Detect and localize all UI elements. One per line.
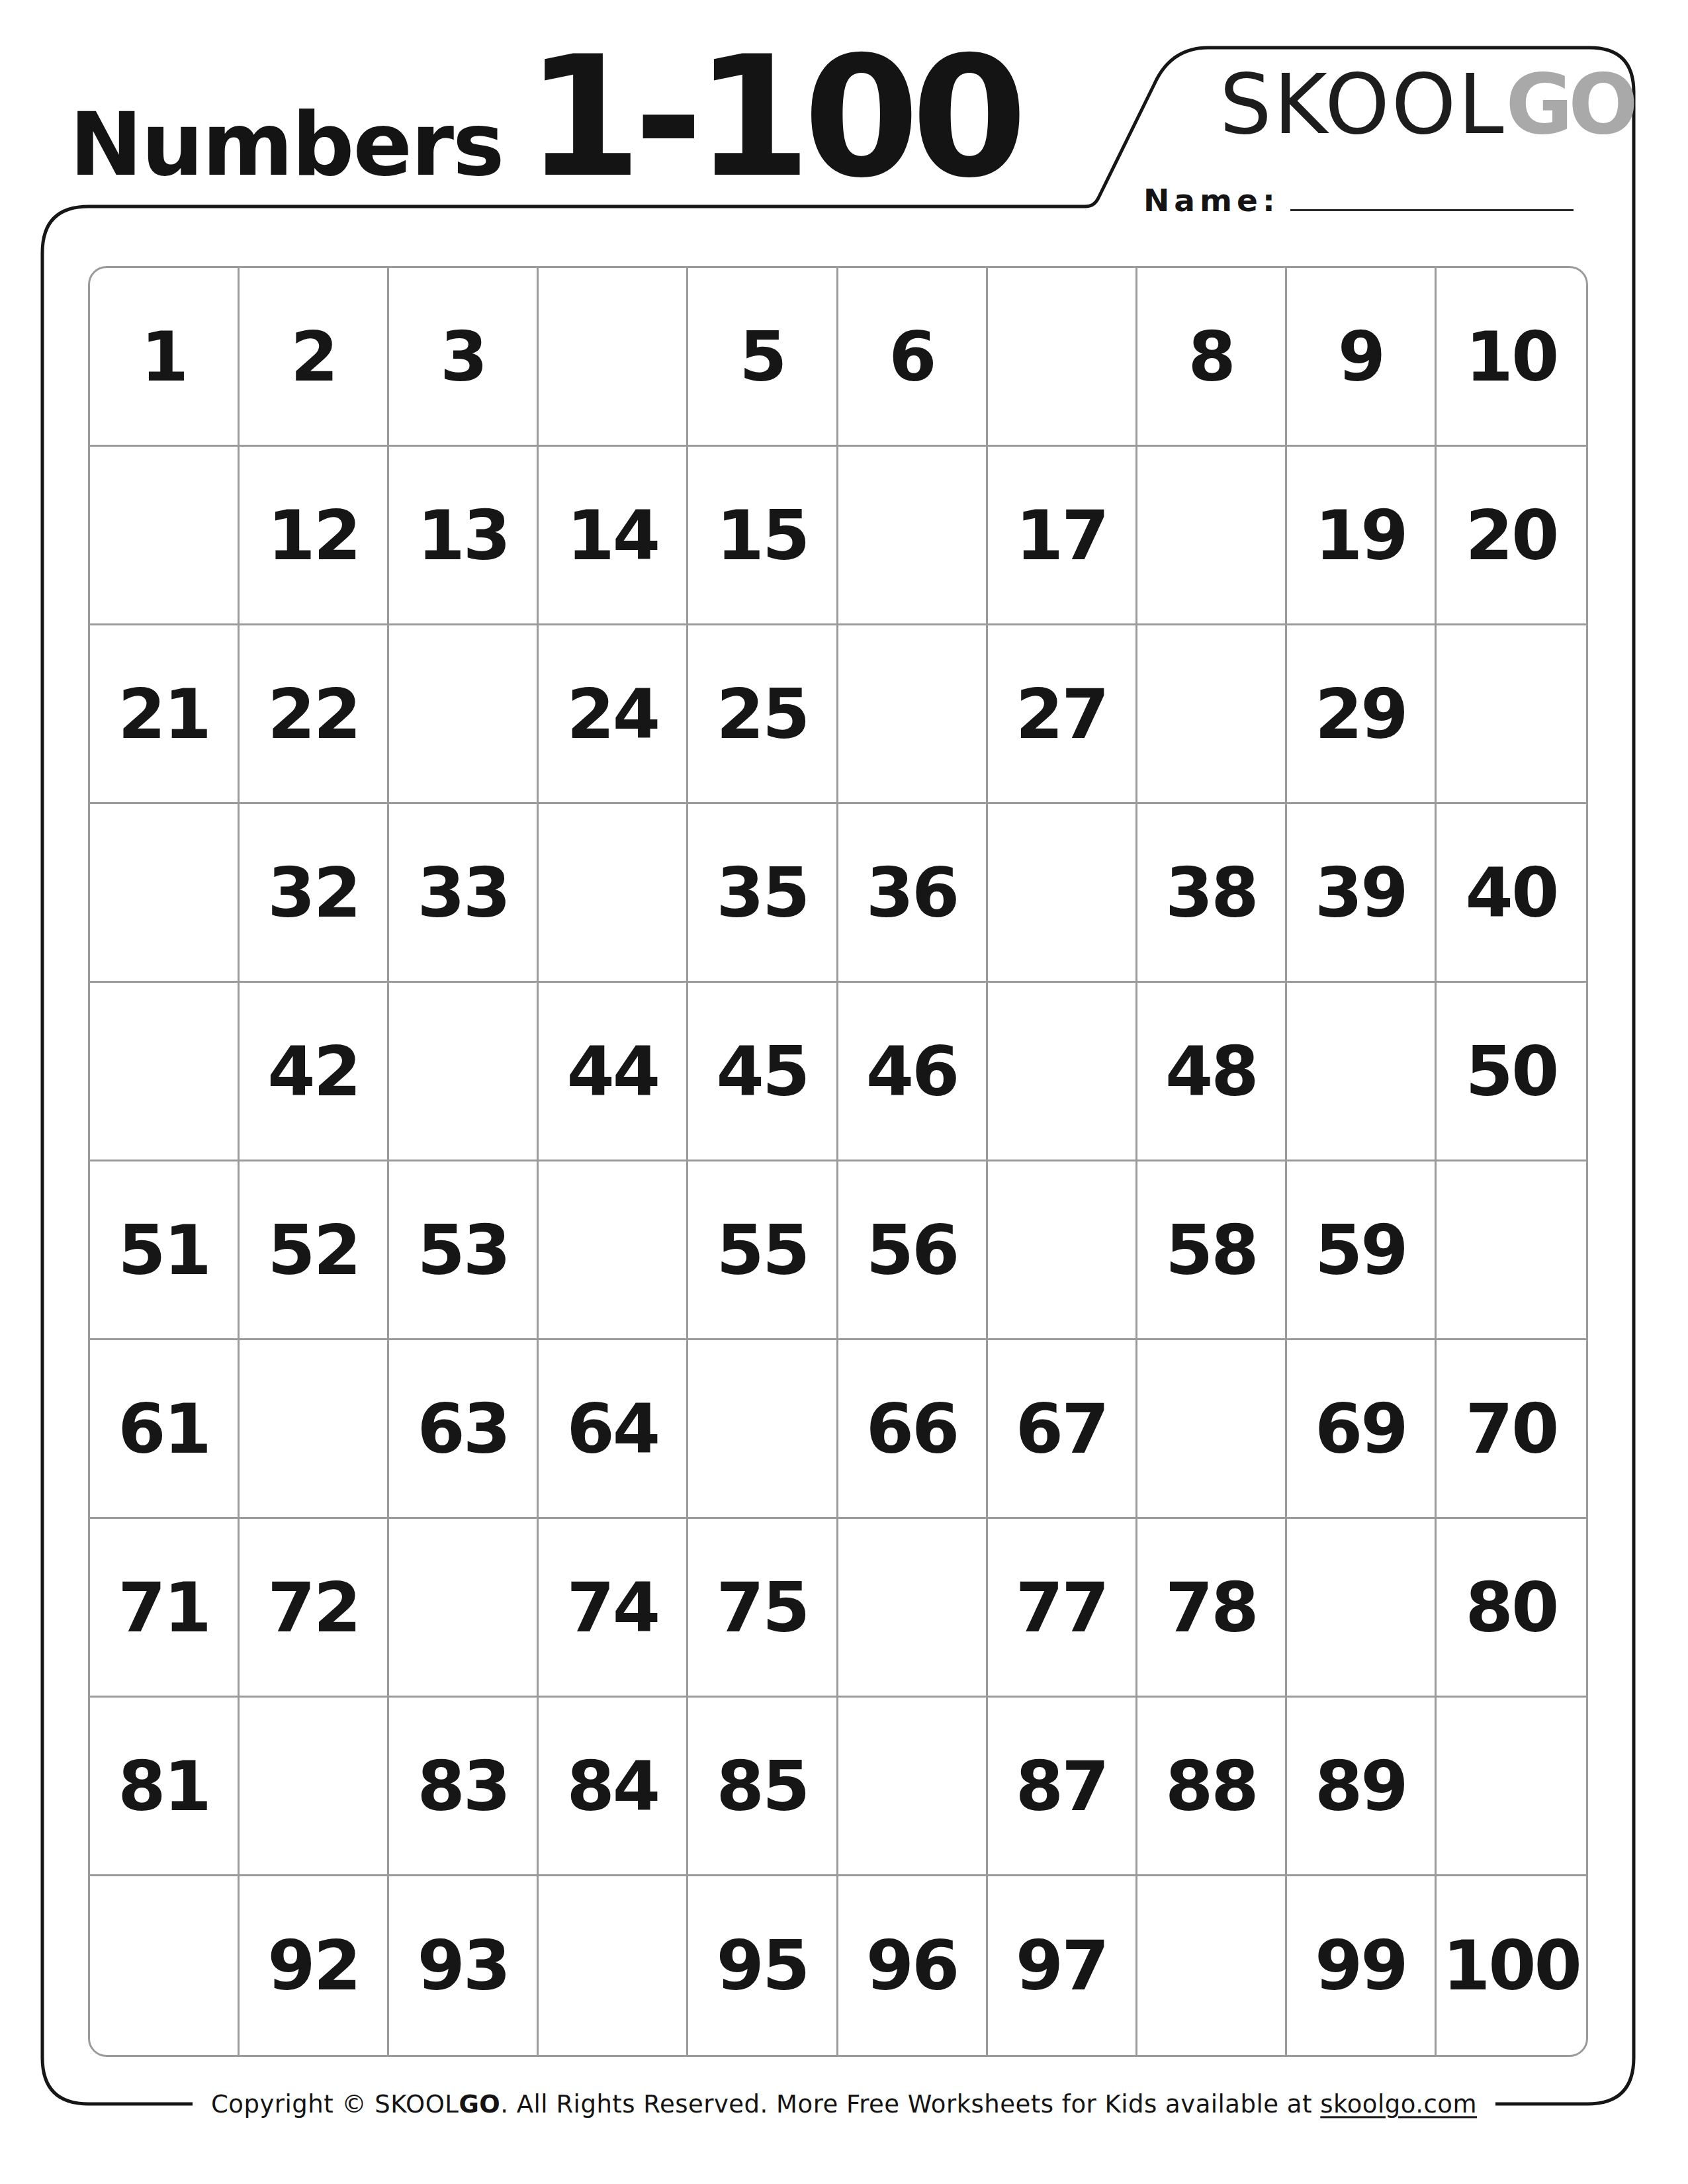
grid-cell-blank-r2c8[interactable]: [1137, 447, 1287, 625]
grid-cell-9: 9: [1287, 268, 1437, 447]
grid-cell-71: 71: [90, 1519, 240, 1698]
grid-cell-52: 52: [240, 1161, 389, 1340]
grid-cell-5: 5: [688, 268, 838, 447]
grid-cell-100: 100: [1437, 1876, 1586, 2055]
grid-cell-48: 48: [1137, 983, 1287, 1161]
grid-cell-blank-r3c10[interactable]: [1437, 625, 1586, 804]
grid-cell-blank-r7c8[interactable]: [1137, 1340, 1287, 1519]
grid-cell-87: 87: [988, 1698, 1137, 1876]
grid-cell-blank-r9c2[interactable]: [240, 1698, 389, 1876]
grid-cell-44: 44: [539, 983, 688, 1161]
grid-cell-12: 12: [240, 447, 389, 625]
grid-cell-75: 75: [688, 1519, 838, 1698]
grid-cell-blank-r1c7[interactable]: [988, 268, 1137, 447]
footer-brand-go: GO: [459, 2090, 500, 2118]
grid-cell-50: 50: [1437, 983, 1586, 1161]
grid-cell-99: 99: [1287, 1876, 1437, 2055]
grid-cell-92: 92: [240, 1876, 389, 2055]
grid-cell-8: 8: [1137, 268, 1287, 447]
grid-cell-42: 42: [240, 983, 389, 1161]
grid-cell-55: 55: [688, 1161, 838, 1340]
grid-cell-89: 89: [1287, 1698, 1437, 1876]
grid-cell-74: 74: [539, 1519, 688, 1698]
grid-cell-59: 59: [1287, 1161, 1437, 1340]
title-number-range: 1-100: [526, 20, 1020, 214]
grid-cell-51: 51: [90, 1161, 240, 1340]
grid-cell-27: 27: [988, 625, 1137, 804]
grid-cell-blank-r5c1[interactable]: [90, 983, 240, 1161]
grid-cell-78: 78: [1137, 1519, 1287, 1698]
grid-cell-45: 45: [688, 983, 838, 1161]
footer-copyright: Copyright © SKOOL: [211, 2090, 459, 2118]
grid-cell-blank-r9c10[interactable]: [1437, 1698, 1586, 1876]
grid-cell-70: 70: [1437, 1340, 1586, 1519]
grid-cell-2: 2: [240, 268, 389, 447]
skoolgo-logo: SKOOL GO: [1220, 64, 1597, 146]
number-grid: 1235689101213141517192021222425272932333…: [88, 266, 1588, 2057]
title-word: Numbers: [69, 93, 504, 195]
grid-cell-95: 95: [688, 1876, 838, 2055]
grid-cell-63: 63: [389, 1340, 539, 1519]
grid-cell-85: 85: [688, 1698, 838, 1876]
footer: Copyright © SKOOLGO. All Rights Reserved…: [0, 2104, 1688, 2132]
grid-cell-36: 36: [838, 804, 988, 983]
grid-cell-32: 32: [240, 804, 389, 983]
grid-cell-21: 21: [90, 625, 240, 804]
grid-cell-72: 72: [240, 1519, 389, 1698]
grid-cell-blank-r8c3[interactable]: [389, 1519, 539, 1698]
grid-cell-56: 56: [838, 1161, 988, 1340]
grid-cell-13: 13: [389, 447, 539, 625]
grid-cell-61: 61: [90, 1340, 240, 1519]
footer-text: Copyright © SKOOLGO. All Rights Reserved…: [193, 2090, 1495, 2118]
grid-cell-blank-r4c1[interactable]: [90, 804, 240, 983]
grid-cell-66: 66: [838, 1340, 988, 1519]
grid-cell-blank-r9c6[interactable]: [838, 1698, 988, 1876]
grid-cell-20: 20: [1437, 447, 1586, 625]
grid-cell-40: 40: [1437, 804, 1586, 983]
grid-cell-14: 14: [539, 447, 688, 625]
name-field-row: Name:: [1143, 180, 1574, 218]
grid-cell-29: 29: [1287, 625, 1437, 804]
logo-text-skool: SKOOL: [1220, 64, 1506, 146]
grid-cell-blank-r8c6[interactable]: [838, 1519, 988, 1698]
name-label: Name:: [1143, 182, 1280, 218]
grid-cell-blank-r3c8[interactable]: [1137, 625, 1287, 804]
grid-cell-blank-r3c3[interactable]: [389, 625, 539, 804]
grid-cell-blank-r5c9[interactable]: [1287, 983, 1437, 1161]
grid-cell-blank-r10c1[interactable]: [90, 1876, 240, 2055]
grid-cell-46: 46: [838, 983, 988, 1161]
grid-cell-25: 25: [688, 625, 838, 804]
grid-cell-33: 33: [389, 804, 539, 983]
grid-cell-blank-r5c7[interactable]: [988, 983, 1137, 1161]
grid-cell-96: 96: [838, 1876, 988, 2055]
grid-cell-38: 38: [1137, 804, 1287, 983]
grid-cell-blank-r8c9[interactable]: [1287, 1519, 1437, 1698]
grid-cell-17: 17: [988, 447, 1137, 625]
grid-cell-3: 3: [389, 268, 539, 447]
grid-cell-39: 39: [1287, 804, 1437, 983]
grid-cell-blank-r1c4[interactable]: [539, 268, 688, 447]
grid-cell-69: 69: [1287, 1340, 1437, 1519]
grid-cell-15: 15: [688, 447, 838, 625]
footer-middle-text: . All Rights Reserved. More Free Workshe…: [500, 2090, 1320, 2118]
grid-cell-84: 84: [539, 1698, 688, 1876]
grid-cell-blank-r10c4[interactable]: [539, 1876, 688, 2055]
grid-cell-blank-r6c10[interactable]: [1437, 1161, 1586, 1340]
grid-cell-24: 24: [539, 625, 688, 804]
grid-cell-6: 6: [838, 268, 988, 447]
grid-cell-blank-r2c6[interactable]: [838, 447, 988, 625]
grid-cell-10: 10: [1437, 268, 1586, 447]
grid-cell-blank-r10c8[interactable]: [1137, 1876, 1287, 2055]
grid-cell-blank-r2c1[interactable]: [90, 447, 240, 625]
grid-cell-53: 53: [389, 1161, 539, 1340]
grid-cell-1: 1: [90, 268, 240, 447]
logo-text-go: GO: [1506, 64, 1634, 146]
grid-cell-blank-r7c5[interactable]: [688, 1340, 838, 1519]
grid-cell-22: 22: [240, 625, 389, 804]
grid-cell-blank-r4c4[interactable]: [539, 804, 688, 983]
grid-cell-blank-r6c7[interactable]: [988, 1161, 1137, 1340]
grid-cell-blank-r5c3[interactable]: [389, 983, 539, 1161]
grid-cell-19: 19: [1287, 447, 1437, 625]
grid-cell-67: 67: [988, 1340, 1137, 1519]
grid-cell-blank-r4c7[interactable]: [988, 804, 1137, 983]
grid-cell-83: 83: [389, 1698, 539, 1876]
grid-cell-blank-r7c2[interactable]: [240, 1340, 389, 1519]
grid-cell-93: 93: [389, 1876, 539, 2055]
grid-cell-blank-r3c6[interactable]: [838, 625, 988, 804]
footer-website-link[interactable]: skoolgo.com: [1320, 2090, 1477, 2118]
name-input-line[interactable]: [1290, 180, 1574, 211]
worksheet-title: Numbers 1-100: [69, 20, 1020, 214]
grid-cell-81: 81: [90, 1698, 240, 1876]
grid-cell-58: 58: [1137, 1161, 1287, 1340]
grid-cell-97: 97: [988, 1876, 1137, 2055]
grid-cell-blank-r6c4[interactable]: [539, 1161, 688, 1340]
grid-cell-35: 35: [688, 804, 838, 983]
grid-cell-64: 64: [539, 1340, 688, 1519]
grid-cell-88: 88: [1137, 1698, 1287, 1876]
grid-cell-77: 77: [988, 1519, 1137, 1698]
grid-cell-80: 80: [1437, 1519, 1586, 1698]
